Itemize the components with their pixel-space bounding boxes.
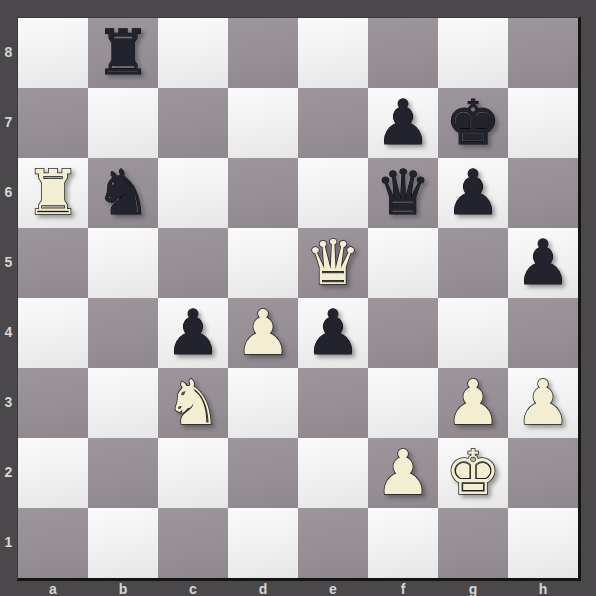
piece-white-queen[interactable]: ♛ <box>298 228 368 298</box>
square-c3[interactable]: ♞ <box>158 368 228 438</box>
square-b8[interactable]: ♜ <box>88 18 158 88</box>
square-e3[interactable] <box>298 368 368 438</box>
square-d6[interactable] <box>228 158 298 228</box>
square-a2[interactable] <box>18 438 88 508</box>
square-d7[interactable] <box>228 88 298 158</box>
square-a6[interactable]: ♜ <box>18 158 88 228</box>
square-h4[interactable] <box>508 298 578 368</box>
square-a3[interactable] <box>18 368 88 438</box>
square-d1[interactable] <box>228 508 298 578</box>
square-f8[interactable] <box>368 18 438 88</box>
rank-label-3: 3 <box>0 367 17 437</box>
square-g7[interactable]: ♚ <box>438 88 508 158</box>
file-label-b: b <box>88 582 158 596</box>
square-h3[interactable]: ♟ <box>508 368 578 438</box>
file-label-d: d <box>228 582 298 596</box>
square-d8[interactable] <box>228 18 298 88</box>
square-e5[interactable]: ♛ <box>298 228 368 298</box>
piece-black-rook[interactable]: ♜ <box>88 18 158 88</box>
piece-black-knight[interactable]: ♞ <box>88 158 158 228</box>
square-a5[interactable] <box>18 228 88 298</box>
square-g5[interactable] <box>438 228 508 298</box>
board-frame: ♜♟♚♜♞♛♟♛♟♟♟♟♞♟♟♟♚ 87654321 abcdefgh <box>0 0 596 596</box>
square-e6[interactable] <box>298 158 368 228</box>
piece-white-pawn[interactable]: ♟ <box>368 438 438 508</box>
square-c1[interactable] <box>158 508 228 578</box>
square-f2[interactable]: ♟ <box>368 438 438 508</box>
rank-label-8: 8 <box>0 17 17 87</box>
rank-label-7: 7 <box>0 87 17 157</box>
square-h5[interactable]: ♟ <box>508 228 578 298</box>
square-d3[interactable] <box>228 368 298 438</box>
piece-black-pawn[interactable]: ♟ <box>368 88 438 158</box>
square-f1[interactable] <box>368 508 438 578</box>
file-label-e: e <box>298 582 368 596</box>
file-label-c: c <box>158 582 228 596</box>
piece-black-pawn[interactable]: ♟ <box>298 298 368 368</box>
square-f4[interactable] <box>368 298 438 368</box>
square-h2[interactable] <box>508 438 578 508</box>
piece-black-queen[interactable]: ♛ <box>368 158 438 228</box>
square-h6[interactable] <box>508 158 578 228</box>
square-b5[interactable] <box>88 228 158 298</box>
piece-white-rook[interactable]: ♜ <box>18 158 88 228</box>
piece-white-knight[interactable]: ♞ <box>158 368 228 438</box>
rank-label-1: 1 <box>0 507 17 577</box>
square-e8[interactable] <box>298 18 368 88</box>
square-b2[interactable] <box>88 438 158 508</box>
square-d5[interactable] <box>228 228 298 298</box>
file-label-g: g <box>438 582 508 596</box>
square-b6[interactable]: ♞ <box>88 158 158 228</box>
piece-black-king[interactable]: ♚ <box>438 88 508 158</box>
square-d2[interactable] <box>228 438 298 508</box>
square-b3[interactable] <box>88 368 158 438</box>
square-e2[interactable] <box>298 438 368 508</box>
piece-black-pawn[interactable]: ♟ <box>508 228 578 298</box>
square-h7[interactable] <box>508 88 578 158</box>
square-e7[interactable] <box>298 88 368 158</box>
square-a4[interactable] <box>18 298 88 368</box>
square-f5[interactable] <box>368 228 438 298</box>
piece-white-pawn[interactable]: ♟ <box>228 298 298 368</box>
piece-white-pawn[interactable]: ♟ <box>438 368 508 438</box>
rank-label-2: 2 <box>0 437 17 507</box>
file-label-a: a <box>18 582 88 596</box>
square-g1[interactable] <box>438 508 508 578</box>
square-f7[interactable]: ♟ <box>368 88 438 158</box>
piece-black-pawn[interactable]: ♟ <box>158 298 228 368</box>
piece-white-king[interactable]: ♚ <box>438 438 508 508</box>
square-f3[interactable] <box>368 368 438 438</box>
square-c4[interactable]: ♟ <box>158 298 228 368</box>
rank-label-5: 5 <box>0 227 17 297</box>
chess-board[interactable]: ♜♟♚♜♞♛♟♛♟♟♟♟♞♟♟♟♚ <box>17 17 581 581</box>
square-b7[interactable] <box>88 88 158 158</box>
file-label-h: h <box>508 582 578 596</box>
square-c2[interactable] <box>158 438 228 508</box>
square-b1[interactable] <box>88 508 158 578</box>
square-a1[interactable] <box>18 508 88 578</box>
piece-white-pawn[interactable]: ♟ <box>508 368 578 438</box>
square-e1[interactable] <box>298 508 368 578</box>
square-g4[interactable] <box>438 298 508 368</box>
square-h1[interactable] <box>508 508 578 578</box>
rank-label-4: 4 <box>0 297 17 367</box>
square-g3[interactable]: ♟ <box>438 368 508 438</box>
square-d4[interactable]: ♟ <box>228 298 298 368</box>
square-c8[interactable] <box>158 18 228 88</box>
rank-label-6: 6 <box>0 157 17 227</box>
square-f6[interactable]: ♛ <box>368 158 438 228</box>
square-g8[interactable] <box>438 18 508 88</box>
square-a7[interactable] <box>18 88 88 158</box>
square-e4[interactable]: ♟ <box>298 298 368 368</box>
square-c6[interactable] <box>158 158 228 228</box>
square-c7[interactable] <box>158 88 228 158</box>
square-b4[interactable] <box>88 298 158 368</box>
square-c5[interactable] <box>158 228 228 298</box>
square-a8[interactable] <box>18 18 88 88</box>
piece-black-pawn[interactable]: ♟ <box>438 158 508 228</box>
file-label-f: f <box>368 582 438 596</box>
square-g6[interactable]: ♟ <box>438 158 508 228</box>
square-h8[interactable] <box>508 18 578 88</box>
square-g2[interactable]: ♚ <box>438 438 508 508</box>
